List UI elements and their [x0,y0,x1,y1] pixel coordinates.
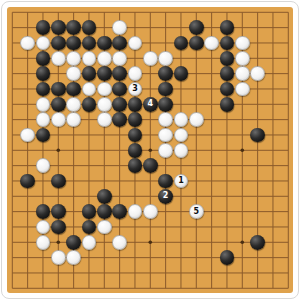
move-number-label: 5 [194,208,200,216]
stone-white [235,82,250,97]
stone-black [51,36,66,51]
stone-black [66,235,81,250]
stone-white [66,97,81,112]
stone-black [143,158,158,173]
stone-white [235,51,250,66]
stone-black [51,204,66,219]
stone-black [220,250,235,265]
stone-white [51,250,66,265]
stone-black [97,189,112,204]
stone-white [158,51,173,66]
stone-black [36,51,51,66]
stone-white [51,112,66,127]
move-number-label: 4 [148,100,154,108]
stone-white [189,112,204,127]
stone-white [158,112,173,127]
move-number-label: 2 [163,192,169,200]
stone-white [66,51,81,66]
stone-black [66,20,81,35]
stone-white [158,143,173,158]
stone-white [82,51,97,66]
stone-black [51,97,66,112]
stone-black [128,143,143,158]
stone-white [36,97,51,112]
stone-black [112,97,127,112]
stone-white [97,112,112,127]
screenshot-stage: 34125 [0,0,300,300]
stone-white [112,20,127,35]
stone-black [112,66,127,81]
stone-white [235,36,250,51]
stone-black [189,36,204,51]
stone-black [158,97,173,112]
move-number-label: 3 [132,85,138,93]
stone-black [97,36,112,51]
stone-white [36,235,51,250]
stone-black [220,20,235,35]
stone-black [97,204,112,219]
stone-white [51,51,66,66]
stone-white [143,51,158,66]
stone-white [97,82,112,97]
stone-black [112,112,127,127]
stone-white [66,250,81,265]
stone-white [97,97,112,112]
stone-black [220,51,235,66]
stone-white [97,51,112,66]
stone-white [66,66,81,81]
stone-black: 4 [143,97,158,112]
stone-white [66,112,81,127]
stone-white [97,220,112,235]
stone-white: 5 [189,204,204,219]
stone-white [174,143,189,158]
stone-white [143,204,158,219]
stone-black [82,97,97,112]
stone-black [51,20,66,35]
stone-white [82,235,97,250]
board-grid [7,7,293,293]
stone-white [235,66,250,81]
stone-black [250,235,265,250]
stone-black [51,220,66,235]
move-number-label: 1 [178,177,184,185]
stone-black [220,97,235,112]
stone-white [112,235,127,250]
stone-black [112,204,127,219]
stone-white [112,51,127,66]
stone-white [250,66,265,81]
go-board[interactable]: 34125 [7,7,293,293]
stone-black: 2 [158,189,173,204]
stone-black [97,66,112,81]
stone-black [189,20,204,35]
stone-black [51,82,66,97]
stone-black [220,66,235,81]
stone-black [158,66,173,81]
stone-black [51,174,66,189]
stone-black [128,97,143,112]
